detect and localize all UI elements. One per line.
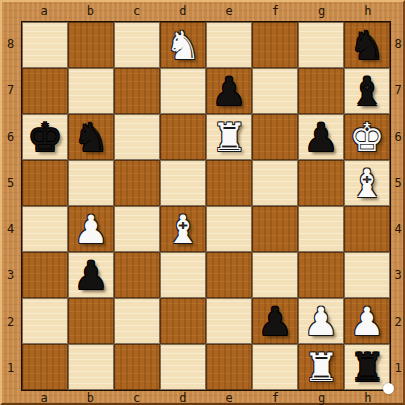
square-h1[interactable]: ♜ — [344, 344, 390, 390]
rank-labels-left: 87654321 — [0, 21, 21, 391]
square-e6[interactable]: ♜ — [206, 114, 252, 160]
square-b7[interactable] — [68, 68, 114, 114]
square-c4[interactable] — [114, 206, 160, 252]
square-d4[interactable]: ♝ — [160, 206, 206, 252]
file-label-h: h — [345, 0, 391, 21]
square-a8[interactable] — [22, 22, 68, 68]
white-rook[interactable]: ♜ — [298, 344, 344, 390]
square-e8[interactable] — [206, 22, 252, 68]
square-d1[interactable] — [160, 344, 206, 390]
chess-board: ♞♞♟♝♚♞♜♟♚♝♟♝♟♟♟♟♜♜ — [21, 21, 391, 391]
rank-label-7: 7 — [391, 67, 405, 113]
rank-label-1: 1 — [0, 345, 21, 391]
file-label-d: d — [160, 390, 206, 405]
rank-label-8: 8 — [391, 21, 405, 67]
file-label-b: b — [67, 390, 113, 405]
black-knight[interactable]: ♞ — [68, 114, 114, 160]
file-label-d: d — [160, 0, 206, 21]
file-label-f: f — [252, 0, 298, 21]
file-label-c: c — [114, 0, 160, 21]
file-label-a: a — [21, 390, 67, 405]
square-h2[interactable]: ♟ — [344, 298, 390, 344]
rank-label-6: 6 — [0, 114, 21, 160]
square-g3[interactable] — [298, 252, 344, 298]
white-bishop[interactable]: ♝ — [344, 160, 390, 206]
square-e5[interactable] — [206, 160, 252, 206]
square-g6[interactable]: ♟ — [298, 114, 344, 160]
square-a6[interactable]: ♚ — [22, 114, 68, 160]
square-h8[interactable]: ♞ — [344, 22, 390, 68]
square-b2[interactable] — [68, 298, 114, 344]
square-b6[interactable]: ♞ — [68, 114, 114, 160]
rank-label-3: 3 — [391, 252, 405, 298]
square-e4[interactable] — [206, 206, 252, 252]
square-e7[interactable]: ♟ — [206, 68, 252, 114]
white-bishop[interactable]: ♝ — [160, 206, 206, 252]
square-b5[interactable] — [68, 160, 114, 206]
file-label-a: a — [21, 0, 67, 21]
rank-label-2: 2 — [0, 299, 21, 345]
square-e3[interactable] — [206, 252, 252, 298]
square-d8[interactable]: ♞ — [160, 22, 206, 68]
rank-label-5: 5 — [0, 160, 21, 206]
white-king[interactable]: ♚ — [344, 114, 390, 160]
square-f2[interactable]: ♟ — [252, 298, 298, 344]
square-f5[interactable] — [252, 160, 298, 206]
square-g8[interactable] — [298, 22, 344, 68]
rank-label-6: 6 — [391, 114, 405, 160]
square-f6[interactable] — [252, 114, 298, 160]
square-d7[interactable] — [160, 68, 206, 114]
square-c3[interactable] — [114, 252, 160, 298]
rank-labels-right: 87654321 — [391, 21, 405, 391]
square-a7[interactable] — [22, 68, 68, 114]
black-pawn[interactable]: ♟ — [298, 114, 344, 160]
square-d3[interactable] — [160, 252, 206, 298]
square-b4[interactable]: ♟ — [68, 206, 114, 252]
rank-label-3: 3 — [0, 252, 21, 298]
black-bishop[interactable]: ♝ — [344, 68, 390, 114]
square-f7[interactable] — [252, 68, 298, 114]
file-label-e: e — [206, 390, 252, 405]
chess-gui: abcdefgh abcdefgh 87654321 87654321 ♞♞♟♝… — [0, 0, 405, 405]
file-label-b: b — [67, 0, 113, 21]
square-h5[interactable]: ♝ — [344, 160, 390, 206]
file-labels-top: abcdefgh — [21, 0, 391, 21]
square-c6[interactable] — [114, 114, 160, 160]
square-e2[interactable] — [206, 298, 252, 344]
white-pawn[interactable]: ♟ — [68, 206, 114, 252]
black-pawn[interactable]: ♟ — [206, 68, 252, 114]
square-h6[interactable]: ♚ — [344, 114, 390, 160]
side-to-move-indicator — [383, 383, 394, 394]
square-a5[interactable] — [22, 160, 68, 206]
rank-label-1: 1 — [391, 345, 405, 391]
rank-label-4: 4 — [391, 206, 405, 252]
black-rook[interactable]: ♜ — [344, 344, 390, 390]
square-a3[interactable] — [22, 252, 68, 298]
black-knight[interactable]: ♞ — [344, 22, 390, 68]
square-g1[interactable]: ♜ — [298, 344, 344, 390]
square-f8[interactable] — [252, 22, 298, 68]
rank-label-4: 4 — [0, 206, 21, 252]
rank-label-8: 8 — [0, 21, 21, 67]
square-h4[interactable] — [344, 206, 390, 252]
rank-label-2: 2 — [391, 299, 405, 345]
square-c5[interactable] — [114, 160, 160, 206]
square-a4[interactable] — [22, 206, 68, 252]
square-g7[interactable] — [298, 68, 344, 114]
black-pawn[interactable]: ♟ — [68, 252, 114, 298]
square-c7[interactable] — [114, 68, 160, 114]
white-rook[interactable]: ♜ — [206, 114, 252, 160]
square-d5[interactable] — [160, 160, 206, 206]
white-pawn[interactable]: ♟ — [298, 298, 344, 344]
square-a2[interactable] — [22, 298, 68, 344]
square-e1[interactable] — [206, 344, 252, 390]
file-labels-bottom: abcdefgh — [21, 390, 391, 405]
square-d2[interactable] — [160, 298, 206, 344]
square-c1[interactable] — [114, 344, 160, 390]
square-f3[interactable] — [252, 252, 298, 298]
white-pawn[interactable]: ♟ — [344, 298, 390, 344]
square-d6[interactable] — [160, 114, 206, 160]
square-f1[interactable] — [252, 344, 298, 390]
file-label-f: f — [252, 390, 298, 405]
rank-label-5: 5 — [391, 160, 405, 206]
square-a1[interactable] — [22, 344, 68, 390]
file-label-g: g — [299, 0, 345, 21]
file-label-c: c — [114, 390, 160, 405]
square-b1[interactable] — [68, 344, 114, 390]
file-label-g: g — [299, 390, 345, 405]
square-g4[interactable] — [298, 206, 344, 252]
square-f4[interactable] — [252, 206, 298, 252]
square-c8[interactable] — [114, 22, 160, 68]
black-pawn[interactable]: ♟ — [252, 298, 298, 344]
square-c2[interactable] — [114, 298, 160, 344]
square-g2[interactable]: ♟ — [298, 298, 344, 344]
rank-label-7: 7 — [0, 67, 21, 113]
square-g5[interactable] — [298, 160, 344, 206]
square-b3[interactable]: ♟ — [68, 252, 114, 298]
file-label-e: e — [206, 0, 252, 21]
white-knight[interactable]: ♞ — [160, 22, 206, 68]
square-b8[interactable] — [68, 22, 114, 68]
square-h3[interactable] — [344, 252, 390, 298]
square-h7[interactable]: ♝ — [344, 68, 390, 114]
black-king[interactable]: ♚ — [22, 114, 68, 160]
